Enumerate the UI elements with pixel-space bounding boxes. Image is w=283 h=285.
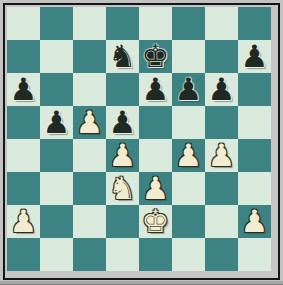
- square-e6[interactable]: ♟: [139, 73, 172, 106]
- square-b7[interactable]: [40, 40, 73, 73]
- white-king[interactable]: ♚: [139, 205, 172, 238]
- square-g2[interactable]: [205, 205, 238, 238]
- square-e3[interactable]: ♟: [139, 172, 172, 205]
- square-h6[interactable]: [238, 73, 271, 106]
- chess-board: ♞♚♟♟♟♟♟♟♟♟♟♟♟♞♟♟♚♟: [7, 7, 271, 271]
- square-g1[interactable]: [205, 238, 238, 271]
- square-h4[interactable]: [238, 139, 271, 172]
- square-a7[interactable]: [7, 40, 40, 73]
- black-pawn[interactable]: ♟: [40, 106, 73, 139]
- square-g6[interactable]: ♟: [205, 73, 238, 106]
- square-d1[interactable]: [106, 238, 139, 271]
- white-pawn[interactable]: ♟: [7, 205, 40, 238]
- square-h5[interactable]: [238, 106, 271, 139]
- white-pawn[interactable]: ♟: [73, 106, 106, 139]
- square-f1[interactable]: [172, 238, 205, 271]
- square-g5[interactable]: [205, 106, 238, 139]
- square-d4[interactable]: ♟: [106, 139, 139, 172]
- black-pawn[interactable]: ♟: [238, 40, 271, 73]
- black-pawn[interactable]: ♟: [139, 73, 172, 106]
- square-h1[interactable]: [238, 238, 271, 271]
- square-a1[interactable]: [7, 238, 40, 271]
- square-c7[interactable]: [73, 40, 106, 73]
- square-f8[interactable]: [172, 7, 205, 40]
- square-c5[interactable]: ♟: [73, 106, 106, 139]
- square-d2[interactable]: [106, 205, 139, 238]
- white-pawn[interactable]: ♟: [106, 139, 139, 172]
- square-b8[interactable]: [40, 7, 73, 40]
- square-f4[interactable]: ♟: [172, 139, 205, 172]
- square-d5[interactable]: ♟: [106, 106, 139, 139]
- square-f3[interactable]: [172, 172, 205, 205]
- black-king[interactable]: ♚: [139, 40, 172, 73]
- square-d6[interactable]: [106, 73, 139, 106]
- square-a3[interactable]: [7, 172, 40, 205]
- square-d7[interactable]: ♞: [106, 40, 139, 73]
- square-e7[interactable]: ♚: [139, 40, 172, 73]
- square-g7[interactable]: [205, 40, 238, 73]
- square-c8[interactable]: [73, 7, 106, 40]
- square-h2[interactable]: ♟: [238, 205, 271, 238]
- square-e2[interactable]: ♚: [139, 205, 172, 238]
- square-b6[interactable]: [40, 73, 73, 106]
- square-h8[interactable]: [238, 7, 271, 40]
- square-f2[interactable]: [172, 205, 205, 238]
- square-h7[interactable]: ♟: [238, 40, 271, 73]
- square-e5[interactable]: [139, 106, 172, 139]
- white-pawn[interactable]: ♟: [172, 139, 205, 172]
- square-a2[interactable]: ♟: [7, 205, 40, 238]
- black-pawn[interactable]: ♟: [7, 73, 40, 106]
- square-c3[interactable]: [73, 172, 106, 205]
- square-f5[interactable]: [172, 106, 205, 139]
- square-a6[interactable]: ♟: [7, 73, 40, 106]
- black-pawn[interactable]: ♟: [205, 73, 238, 106]
- white-pawn[interactable]: ♟: [139, 172, 172, 205]
- square-a5[interactable]: [7, 106, 40, 139]
- square-b3[interactable]: [40, 172, 73, 205]
- square-a8[interactable]: [7, 7, 40, 40]
- square-e4[interactable]: [139, 139, 172, 172]
- square-f6[interactable]: ♟: [172, 73, 205, 106]
- board-frame: ♞♚♟♟♟♟♟♟♟♟♟♟♟♞♟♟♚♟: [3, 3, 280, 280]
- square-d3[interactable]: ♞: [106, 172, 139, 205]
- square-c2[interactable]: [73, 205, 106, 238]
- chess-app-window: { "game": "chess", "position": { "fen": …: [0, 0, 283, 285]
- square-g4[interactable]: ♟: [205, 139, 238, 172]
- square-c6[interactable]: [73, 73, 106, 106]
- square-g8[interactable]: [205, 7, 238, 40]
- square-f7[interactable]: [172, 40, 205, 73]
- square-b4[interactable]: [40, 139, 73, 172]
- square-b2[interactable]: [40, 205, 73, 238]
- white-pawn[interactable]: ♟: [205, 139, 238, 172]
- white-knight[interactable]: ♞: [106, 172, 139, 205]
- square-e1[interactable]: [139, 238, 172, 271]
- square-c1[interactable]: [73, 238, 106, 271]
- square-d8[interactable]: [106, 7, 139, 40]
- square-c4[interactable]: [73, 139, 106, 172]
- square-g3[interactable]: [205, 172, 238, 205]
- black-pawn[interactable]: ♟: [172, 73, 205, 106]
- square-b1[interactable]: [40, 238, 73, 271]
- square-a4[interactable]: [7, 139, 40, 172]
- white-pawn[interactable]: ♟: [238, 205, 271, 238]
- square-e8[interactable]: [139, 7, 172, 40]
- square-b5[interactable]: ♟: [40, 106, 73, 139]
- black-pawn[interactable]: ♟: [106, 106, 139, 139]
- black-knight[interactable]: ♞: [106, 40, 139, 73]
- square-h3[interactable]: [238, 172, 271, 205]
